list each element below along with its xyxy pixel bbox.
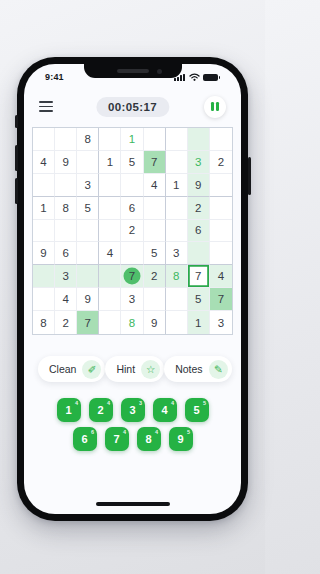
- cell-r7c7[interactable]: 8: [166, 265, 188, 288]
- cell-r2c5[interactable]: 5: [121, 151, 143, 174]
- cell-r8c8[interactable]: 5: [188, 288, 210, 311]
- cell-r2c9[interactable]: 2: [210, 151, 232, 174]
- cell-r8c6[interactable]: [144, 288, 166, 311]
- cell-r3c5[interactable]: [121, 174, 143, 197]
- cell-r7c8[interactable]: 7: [188, 265, 210, 288]
- cell-r4c3[interactable]: 5: [77, 197, 99, 220]
- clean-button[interactable]: Clean ✐: [38, 356, 105, 382]
- cell-r6c1[interactable]: 9: [33, 242, 55, 265]
- cell-r9c2[interactable]: 2: [55, 311, 77, 334]
- cell-r4c1[interactable]: 1: [33, 197, 55, 220]
- cell-r6c6[interactable]: 5: [144, 242, 166, 265]
- cell-r4c9[interactable]: [210, 197, 232, 220]
- number-key-3[interactable]: 33: [121, 398, 145, 422]
- cell-r5c5[interactable]: 2: [121, 220, 143, 243]
- app-screen: 9:41 00:05:17: [24, 64, 241, 514]
- numpad-row-1: 1424334455: [24, 398, 241, 422]
- cell-r1c2[interactable]: [55, 128, 77, 151]
- cell-r5c4[interactable]: [99, 220, 121, 243]
- remaining-count-badge: 4: [75, 400, 78, 406]
- cell-r1c7[interactable]: [166, 128, 188, 151]
- cell-r3c1[interactable]: [33, 174, 55, 197]
- remaining-count-badge: 3: [139, 400, 142, 406]
- cell-r3c4[interactable]: [99, 174, 121, 197]
- cell-r8c2[interactable]: 4: [55, 288, 77, 311]
- cell-r5c6[interactable]: [144, 220, 166, 243]
- cell-r6c3[interactable]: [77, 242, 99, 265]
- cell-r9c5[interactable]: 8: [121, 311, 143, 334]
- cell-r4c8[interactable]: 2: [188, 197, 210, 220]
- cell-r7c9[interactable]: 4: [210, 265, 232, 288]
- cell-r7c3[interactable]: [77, 265, 99, 288]
- header: 00:05:17: [39, 95, 226, 118]
- cell-r2c4[interactable]: 1: [99, 151, 121, 174]
- cell-r3c3[interactable]: 3: [77, 174, 99, 197]
- cell-r8c3[interactable]: 9: [77, 288, 99, 311]
- power-button: [248, 157, 251, 195]
- cell-r5c2[interactable]: [55, 220, 77, 243]
- cell-r9c3[interactable]: 7: [77, 311, 99, 334]
- battery-icon: [203, 74, 220, 82]
- remaining-count-badge: 5: [203, 400, 206, 406]
- number-key-7[interactable]: 74: [105, 427, 129, 451]
- cell-r4c4[interactable]: [99, 197, 121, 220]
- star-icon: ☆: [141, 360, 160, 379]
- pause-button[interactable]: [204, 96, 226, 118]
- game-timer: 00:05:17: [96, 97, 169, 117]
- remaining-count-badge: 5: [187, 429, 190, 435]
- cell-r7c2[interactable]: 3: [55, 265, 77, 288]
- notes-button[interactable]: Notes ✎: [164, 356, 231, 382]
- camera-icon: [157, 69, 162, 74]
- remaining-count-badge: 4: [171, 400, 174, 406]
- eraser-icon: ✐: [82, 360, 101, 379]
- cell-r7c6[interactable]: 2: [144, 265, 166, 288]
- pause-icon: [211, 102, 214, 111]
- cell-r2c1[interactable]: 4: [33, 151, 55, 174]
- cell-r5c8[interactable]: 6: [188, 220, 210, 243]
- number-key-9[interactable]: 95: [169, 427, 193, 451]
- cell-r6c5[interactable]: [121, 242, 143, 265]
- cell-r2c8[interactable]: 3: [188, 151, 210, 174]
- volume-up-button: [15, 145, 18, 171]
- cell-r5c7[interactable]: [166, 220, 188, 243]
- number-key-4[interactable]: 44: [153, 398, 177, 422]
- wifi-icon: [189, 73, 200, 81]
- cell-r7c5[interactable]: 7: [121, 265, 143, 288]
- menu-icon[interactable]: [39, 101, 53, 111]
- cell-r4c2[interactable]: 8: [55, 197, 77, 220]
- notch: [84, 64, 182, 78]
- remaining-count-badge: 4: [155, 429, 158, 435]
- phone-frame: 9:41 00:05:17: [17, 57, 248, 521]
- cell-r4c5[interactable]: 6: [121, 197, 143, 220]
- cell-r9c6[interactable]: 9: [144, 311, 166, 334]
- cell-r6c2[interactable]: 6: [55, 242, 77, 265]
- number-key-5[interactable]: 55: [185, 398, 209, 422]
- cell-r9c4[interactable]: [99, 311, 121, 334]
- number-key-6[interactable]: 66: [73, 427, 97, 451]
- number-key-2[interactable]: 24: [89, 398, 113, 422]
- speaker-icon: [117, 69, 149, 73]
- sudoku-grid: 8149157323419185622696453372874493578278…: [32, 127, 233, 335]
- cell-r1c1[interactable]: [33, 128, 55, 151]
- cell-r3c7[interactable]: 1: [166, 174, 188, 197]
- clean-label: Clean: [49, 363, 76, 375]
- remaining-count-badge: 6: [91, 429, 94, 435]
- cell-r8c7[interactable]: [166, 288, 188, 311]
- cell-r5c3[interactable]: [77, 220, 99, 243]
- number-key-1[interactable]: 14: [57, 398, 81, 422]
- cell-r6c9[interactable]: [210, 242, 232, 265]
- cell-r4c7[interactable]: [166, 197, 188, 220]
- cell-r8c4[interactable]: [99, 288, 121, 311]
- home-indicator[interactable]: [96, 502, 170, 506]
- status-time: 9:41: [45, 72, 64, 82]
- remaining-count-badge: 4: [123, 429, 126, 435]
- numpad-row-2: 66748495: [24, 427, 241, 451]
- cell-r1c4[interactable]: [99, 128, 121, 151]
- cell-r2c6[interactable]: 7: [144, 151, 166, 174]
- hint-button[interactable]: Hint ☆: [105, 356, 164, 382]
- cell-r6c8[interactable]: [188, 242, 210, 265]
- cell-r9c8[interactable]: 1: [188, 311, 210, 334]
- cell-r1c8[interactable]: [188, 128, 210, 151]
- mute-switch: [15, 115, 18, 128]
- cell-r9c1[interactable]: 8: [33, 311, 55, 334]
- cell-r2c7[interactable]: [166, 151, 188, 174]
- cell-r1c5[interactable]: 1: [121, 128, 143, 151]
- action-bar: Clean ✐ Hint ☆ Notes ✎: [38, 356, 227, 382]
- cell-r1c9[interactable]: [210, 128, 232, 151]
- cell-r9c9[interactable]: 3: [210, 311, 232, 334]
- cell-r5c1[interactable]: [33, 220, 55, 243]
- cell-r3c2[interactable]: [55, 174, 77, 197]
- cell-r4c6[interactable]: [144, 197, 166, 220]
- remaining-count-badge: 4: [107, 400, 110, 406]
- cell-r6c7[interactable]: 3: [166, 242, 188, 265]
- pencil-icon: ✎: [209, 360, 228, 379]
- hint-label: Hint: [116, 363, 135, 375]
- cell-r8c9[interactable]: 7: [210, 288, 232, 311]
- cell-r5c9[interactable]: [210, 220, 232, 243]
- cell-r7c4[interactable]: [99, 265, 121, 288]
- notes-label: Notes: [175, 363, 202, 375]
- cell-r2c3[interactable]: [77, 151, 99, 174]
- cell-r3c6[interactable]: 4: [144, 174, 166, 197]
- cell-r8c1[interactable]: [33, 288, 55, 311]
- cell-r1c3[interactable]: 8: [77, 128, 99, 151]
- number-key-8[interactable]: 84: [137, 427, 161, 451]
- cell-r9c7[interactable]: [166, 311, 188, 334]
- cell-r2c2[interactable]: 9: [55, 151, 77, 174]
- cell-r7c1[interactable]: [33, 265, 55, 288]
- cell-r1c6[interactable]: [144, 128, 166, 151]
- volume-down-button: [15, 178, 18, 204]
- cell-r3c9[interactable]: [210, 174, 232, 197]
- cell-r8c5[interactable]: 3: [121, 288, 143, 311]
- cell-r6c4[interactable]: 4: [99, 242, 121, 265]
- cell-r3c8[interactable]: 9: [188, 174, 210, 197]
